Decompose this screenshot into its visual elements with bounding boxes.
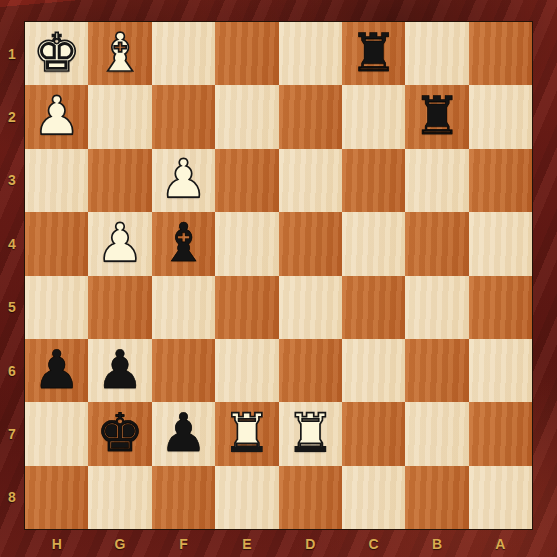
square-g3[interactable] xyxy=(88,149,151,212)
file-label-b: B xyxy=(405,532,468,555)
square-b5[interactable] xyxy=(405,276,468,339)
square-f4[interactable]: ♝ xyxy=(152,212,215,275)
rank-label-4: 4 xyxy=(0,212,24,275)
piece-white-king[interactable]: ♚ xyxy=(33,26,81,82)
square-b7[interactable] xyxy=(405,402,468,465)
rank-label-2: 2 xyxy=(0,85,24,148)
square-d2[interactable] xyxy=(279,85,342,148)
square-f7[interactable]: ♟ xyxy=(152,402,215,465)
square-b6[interactable] xyxy=(405,339,468,402)
square-e4[interactable] xyxy=(215,212,278,275)
file-label-e: E xyxy=(215,532,278,555)
piece-white-pawn[interactable]: ♟ xyxy=(96,216,144,272)
square-a6[interactable] xyxy=(469,339,532,402)
rank-label-1: 1 xyxy=(0,22,24,85)
square-b8[interactable] xyxy=(405,466,468,529)
square-e8[interactable] xyxy=(215,466,278,529)
square-d1[interactable] xyxy=(279,22,342,85)
piece-white-pawn[interactable]: ♟ xyxy=(33,89,81,145)
chess-diagram: 12345678 ♚♝♜♟♜♟♟♝♟♟♚♟♜♜ HGFEDCBA xyxy=(0,0,557,557)
square-g4[interactable]: ♟ xyxy=(88,212,151,275)
square-h2[interactable]: ♟ xyxy=(25,85,88,148)
square-a3[interactable] xyxy=(469,149,532,212)
square-b4[interactable] xyxy=(405,212,468,275)
square-h5[interactable] xyxy=(25,276,88,339)
square-a4[interactable] xyxy=(469,212,532,275)
square-c5[interactable] xyxy=(342,276,405,339)
file-label-a: A xyxy=(469,532,532,555)
square-f1[interactable] xyxy=(152,22,215,85)
square-f3[interactable]: ♟ xyxy=(152,149,215,212)
square-d4[interactable] xyxy=(279,212,342,275)
piece-black-pawn[interactable]: ♟ xyxy=(96,343,144,399)
square-g1[interactable]: ♝ xyxy=(88,22,151,85)
rank-label-6: 6 xyxy=(0,339,24,402)
square-h3[interactable] xyxy=(25,149,88,212)
piece-black-pawn[interactable]: ♟ xyxy=(33,343,81,399)
rank-label-5: 5 xyxy=(0,276,24,339)
square-h6[interactable]: ♟ xyxy=(25,339,88,402)
square-g2[interactable] xyxy=(88,85,151,148)
square-h8[interactable] xyxy=(25,466,88,529)
square-c7[interactable] xyxy=(342,402,405,465)
square-a5[interactable] xyxy=(469,276,532,339)
square-f5[interactable] xyxy=(152,276,215,339)
piece-black-pawn[interactable]: ♟ xyxy=(160,406,208,462)
rank-label-7: 7 xyxy=(0,402,24,465)
square-d6[interactable] xyxy=(279,339,342,402)
square-h4[interactable] xyxy=(25,212,88,275)
square-c1[interactable]: ♜ xyxy=(342,22,405,85)
square-c8[interactable] xyxy=(342,466,405,529)
square-a2[interactable] xyxy=(469,85,532,148)
piece-white-bishop[interactable]: ♝ xyxy=(96,26,144,82)
rank-label-3: 3 xyxy=(0,149,24,212)
square-e2[interactable] xyxy=(215,85,278,148)
square-f6[interactable] xyxy=(152,339,215,402)
square-h1[interactable]: ♚ xyxy=(25,22,88,85)
file-label-g: G xyxy=(88,532,151,555)
square-c6[interactable] xyxy=(342,339,405,402)
file-labels: HGFEDCBA xyxy=(25,532,532,555)
square-a7[interactable] xyxy=(469,402,532,465)
square-d7[interactable]: ♜ xyxy=(279,402,342,465)
square-b3[interactable] xyxy=(405,149,468,212)
square-h7[interactable] xyxy=(25,402,88,465)
square-c3[interactable] xyxy=(342,149,405,212)
square-d8[interactable] xyxy=(279,466,342,529)
rank-label-8: 8 xyxy=(0,466,24,529)
square-f2[interactable] xyxy=(152,85,215,148)
square-g8[interactable] xyxy=(88,466,151,529)
square-b2[interactable]: ♜ xyxy=(405,85,468,148)
square-g6[interactable]: ♟ xyxy=(88,339,151,402)
square-e6[interactable] xyxy=(215,339,278,402)
square-g7[interactable]: ♚ xyxy=(88,402,151,465)
square-a1[interactable] xyxy=(469,22,532,85)
piece-white-rook[interactable]: ♜ xyxy=(286,406,334,462)
square-c4[interactable] xyxy=(342,212,405,275)
rank-labels: 12345678 xyxy=(0,22,24,529)
square-d5[interactable] xyxy=(279,276,342,339)
file-label-f: F xyxy=(152,532,215,555)
piece-black-rook[interactable]: ♜ xyxy=(350,26,398,82)
piece-black-king[interactable]: ♚ xyxy=(96,406,144,462)
square-e1[interactable] xyxy=(215,22,278,85)
piece-black-rook[interactable]: ♜ xyxy=(413,89,461,145)
square-d3[interactable] xyxy=(279,149,342,212)
square-e7[interactable]: ♜ xyxy=(215,402,278,465)
file-label-h: H xyxy=(25,532,88,555)
square-f8[interactable] xyxy=(152,466,215,529)
square-b1[interactable] xyxy=(405,22,468,85)
piece-white-rook[interactable]: ♜ xyxy=(223,406,271,462)
file-label-c: C xyxy=(342,532,405,555)
piece-white-pawn[interactable]: ♟ xyxy=(160,152,208,208)
piece-black-bishop[interactable]: ♝ xyxy=(160,216,208,272)
square-e3[interactable] xyxy=(215,149,278,212)
square-e5[interactable] xyxy=(215,276,278,339)
square-c2[interactable] xyxy=(342,85,405,148)
square-g5[interactable] xyxy=(88,276,151,339)
square-a8[interactable] xyxy=(469,466,532,529)
chess-board[interactable]: ♚♝♜♟♜♟♟♝♟♟♚♟♜♜ xyxy=(24,21,533,530)
file-label-d: D xyxy=(279,532,342,555)
